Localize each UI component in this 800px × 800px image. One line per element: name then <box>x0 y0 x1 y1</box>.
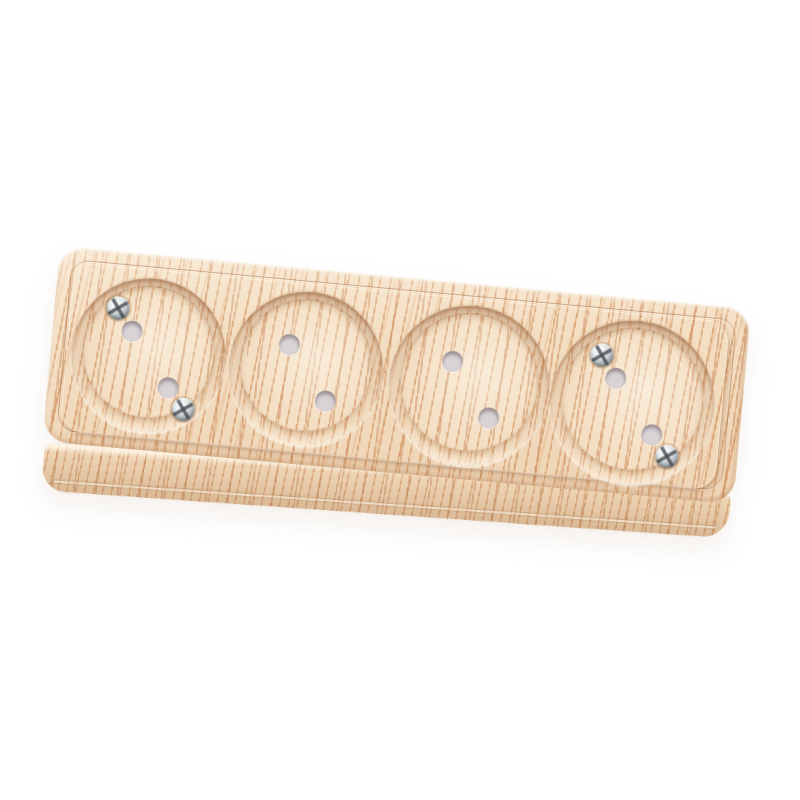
socket-2-floor <box>235 293 378 436</box>
power-strip <box>38 246 751 552</box>
socket-3-floor <box>394 307 544 457</box>
socket-4-floor <box>555 321 709 475</box>
socket-1-floor <box>77 280 220 423</box>
product-photo <box>0 0 800 800</box>
